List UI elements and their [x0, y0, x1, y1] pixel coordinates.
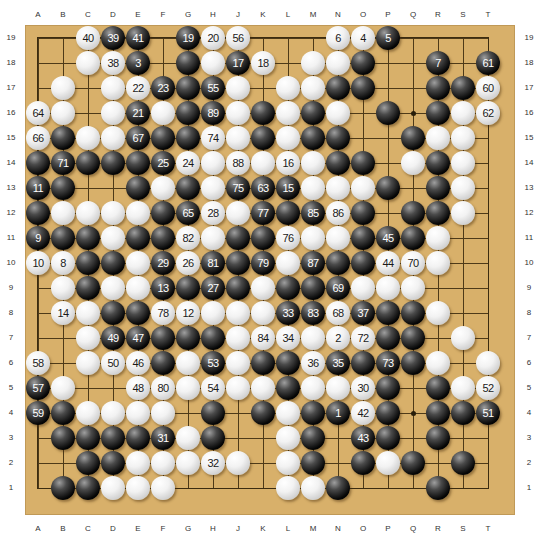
- stone-b3-black: [51, 426, 75, 450]
- stone-h9-black: 27: [201, 276, 225, 300]
- stone-e6-white: 46: [126, 351, 150, 375]
- stone-f6-black: [151, 351, 175, 375]
- stone-n7-white: 2: [326, 326, 350, 350]
- col-label-bottom-b: B: [55, 524, 71, 534]
- stone-k18-white: 18: [251, 51, 275, 75]
- stone-e1-white: [126, 476, 150, 500]
- stone-j17-white: [226, 76, 250, 100]
- row-label-right-5: 5: [521, 383, 537, 393]
- row-label-left-3: 3: [3, 433, 19, 443]
- stone-g15-black: [176, 126, 200, 150]
- col-label-bottom-q: Q: [405, 524, 421, 534]
- stone-g12-black: 65: [176, 201, 200, 225]
- stone-f4-white: [151, 401, 175, 425]
- stone-o19-white: 4: [351, 26, 375, 50]
- stone-n18-white: [326, 51, 350, 75]
- stone-m1-white: [301, 476, 325, 500]
- stone-c19-white: 40: [76, 26, 100, 50]
- row-label-left-9: 9: [3, 283, 19, 293]
- stone-l10-white: [276, 251, 300, 275]
- row-label-right-1: 1: [521, 483, 537, 493]
- stone-m14-white: [301, 151, 325, 175]
- stone-e14-black: [126, 151, 150, 175]
- stone-e4-white: [126, 401, 150, 425]
- row-label-left-8: 8: [3, 308, 19, 318]
- stone-k12-black: 77: [251, 201, 275, 225]
- stone-k9-white: [251, 276, 275, 300]
- stone-l1-white: [276, 476, 300, 500]
- stone-q12-black: [401, 201, 425, 225]
- stone-g5-white: [176, 376, 200, 400]
- col-label-bottom-p: P: [380, 524, 396, 534]
- col-label-top-b: B: [55, 10, 71, 20]
- stone-n14-black: [326, 151, 350, 175]
- stone-k10-black: 79: [251, 251, 275, 275]
- stone-j14-white: 88: [226, 151, 250, 175]
- stone-s7-white: [451, 326, 475, 350]
- stone-h5-white: 54: [201, 376, 225, 400]
- row-label-left-1: 1: [3, 483, 19, 493]
- stone-c1-black: [76, 476, 100, 500]
- stone-r13-black: [426, 176, 450, 200]
- stone-b13-black: [51, 176, 75, 200]
- stone-h8-white: [201, 301, 225, 325]
- col-label-top-s: S: [455, 10, 471, 20]
- stone-l8-black: 33: [276, 301, 300, 325]
- stone-h18-white: [201, 51, 225, 75]
- stone-d10-black: [101, 251, 125, 275]
- stone-g2-white: [176, 451, 200, 475]
- stone-e16-black: 21: [126, 101, 150, 125]
- stone-o4-white: 42: [351, 401, 375, 425]
- stone-j5-white: [226, 376, 250, 400]
- stone-g17-black: [176, 76, 200, 100]
- stone-c8-white: [76, 301, 100, 325]
- stone-r3-black: [426, 426, 450, 450]
- stone-c6-white: [76, 351, 100, 375]
- col-label-bottom-o: O: [355, 524, 371, 534]
- row-label-left-5: 5: [3, 383, 19, 393]
- stone-k8-white: [251, 301, 275, 325]
- stone-s5-white: [451, 376, 475, 400]
- col-label-bottom-m: M: [305, 524, 321, 534]
- stone-s17-black: [451, 76, 475, 100]
- col-label-bottom-r: R: [430, 524, 446, 534]
- col-label-top-o: O: [355, 10, 371, 20]
- stone-l2-white: [276, 451, 300, 475]
- stone-j7-white: [226, 326, 250, 350]
- stone-j10-black: [226, 251, 250, 275]
- row-label-left-2: 2: [3, 458, 19, 468]
- col-label-top-d: D: [105, 10, 121, 20]
- stone-e13-black: [126, 176, 150, 200]
- stone-r5-black: [426, 376, 450, 400]
- row-label-left-17: 17: [3, 83, 19, 93]
- stone-d2-black: [101, 451, 125, 475]
- stone-g19-black: 19: [176, 26, 200, 50]
- stone-e11-black: [126, 226, 150, 250]
- stone-o11-black: [351, 226, 375, 250]
- stone-d15-white: [101, 126, 125, 150]
- stone-o2-black: [351, 451, 375, 475]
- stone-j2-white: [226, 451, 250, 475]
- stone-m5-white: [301, 376, 325, 400]
- stone-d18-white: 38: [101, 51, 125, 75]
- row-label-right-2: 2: [521, 458, 537, 468]
- stone-d3-black: [101, 426, 125, 450]
- stone-r17-black: [426, 76, 450, 100]
- stone-o3-black: 43: [351, 426, 375, 450]
- stone-q14-white: [401, 151, 425, 175]
- stone-h12-white: 28: [201, 201, 225, 225]
- stone-d7-black: 49: [101, 326, 125, 350]
- stone-n13-white: [326, 176, 350, 200]
- stone-n16-white: [326, 101, 350, 125]
- stone-e3-black: [126, 426, 150, 450]
- stone-m4-black: [301, 401, 325, 425]
- stone-f13-white: [151, 176, 175, 200]
- row-label-right-6: 6: [521, 358, 537, 368]
- stone-b1-black: [51, 476, 75, 500]
- col-label-bottom-h: H: [205, 524, 221, 534]
- stone-a14-black: [26, 151, 50, 175]
- stone-n5-white: [326, 376, 350, 400]
- stone-g8-white: 12: [176, 301, 200, 325]
- stone-c4-white: [76, 401, 100, 425]
- stone-b11-black: [51, 226, 75, 250]
- col-label-top-t: T: [480, 10, 496, 20]
- stone-e8-black: [126, 301, 150, 325]
- go-diagram-page: 4039411920566453831718761222355606421896…: [0, 0, 540, 540]
- stone-m11-white: [301, 226, 325, 250]
- stone-t5-white: 52: [476, 376, 500, 400]
- stone-q10-white: 70: [401, 251, 425, 275]
- stone-r11-white: [426, 226, 450, 250]
- stone-f12-black: [151, 201, 175, 225]
- stone-o18-black: [351, 51, 375, 75]
- stone-h4-black: [201, 401, 225, 425]
- stone-a4-black: 59: [26, 401, 50, 425]
- stone-n12-white: 86: [326, 201, 350, 225]
- stone-f17-black: 23: [151, 76, 175, 100]
- stone-m7-white: [301, 326, 325, 350]
- row-label-left-15: 15: [3, 133, 19, 143]
- row-label-right-15: 15: [521, 133, 537, 143]
- stone-r8-white: [426, 301, 450, 325]
- stone-s14-white: [451, 151, 475, 175]
- stone-b10-white: 8: [51, 251, 75, 275]
- col-label-top-j: J: [230, 10, 246, 20]
- stone-r6-white: [426, 351, 450, 375]
- row-label-right-10: 10: [521, 258, 537, 268]
- stone-r18-black: 7: [426, 51, 450, 75]
- row-label-left-6: 6: [3, 358, 19, 368]
- col-label-top-n: N: [330, 10, 346, 20]
- col-label-bottom-a: A: [30, 524, 46, 534]
- stone-g18-black: [176, 51, 200, 75]
- stone-l9-black: [276, 276, 300, 300]
- stone-h3-black: [201, 426, 225, 450]
- row-label-left-18: 18: [3, 58, 19, 68]
- stone-q8-black: [401, 301, 425, 325]
- row-label-left-7: 7: [3, 333, 19, 343]
- stone-n15-black: [326, 126, 350, 150]
- row-label-left-12: 12: [3, 208, 19, 218]
- stone-l17-white: [276, 76, 300, 100]
- stone-l5-black: [276, 376, 300, 400]
- stone-f16-white: [151, 101, 175, 125]
- stone-c9-black: [76, 276, 100, 300]
- stone-h17-black: 55: [201, 76, 225, 100]
- stone-b15-black: [51, 126, 75, 150]
- stone-o13-white: [351, 176, 375, 200]
- stone-p2-white: [376, 451, 400, 475]
- row-label-right-4: 4: [521, 408, 537, 418]
- stone-l3-white: [276, 426, 300, 450]
- row-label-right-8: 8: [521, 308, 537, 318]
- row-label-right-7: 7: [521, 333, 537, 343]
- row-label-right-17: 17: [521, 83, 537, 93]
- stone-d17-white: [101, 76, 125, 100]
- stone-d14-black: [101, 151, 125, 175]
- col-label-top-l: L: [280, 10, 296, 20]
- stone-e7-black: 47: [126, 326, 150, 350]
- stone-j16-white: [226, 101, 250, 125]
- stone-q6-black: [401, 351, 425, 375]
- stone-h6-black: 53: [201, 351, 225, 375]
- stone-k5-white: [251, 376, 275, 400]
- stone-n9-black: 69: [326, 276, 350, 300]
- stone-d8-black: [101, 301, 125, 325]
- stone-n10-black: [326, 251, 350, 275]
- stone-s2-black: [451, 451, 475, 475]
- col-label-top-a: A: [30, 10, 46, 20]
- col-label-top-p: P: [380, 10, 396, 20]
- stone-a12-black: [26, 201, 50, 225]
- stone-q2-black: [401, 451, 425, 475]
- stone-t18-black: 61: [476, 51, 500, 75]
- stone-b17-white: [51, 76, 75, 100]
- col-label-bottom-t: T: [480, 524, 496, 534]
- stone-c2-black: [76, 451, 100, 475]
- stone-l11-white: 76: [276, 226, 300, 250]
- stone-o10-black: [351, 251, 375, 275]
- stone-l7-white: 34: [276, 326, 300, 350]
- stone-a16-white: 64: [26, 101, 50, 125]
- stone-j18-black: 17: [226, 51, 250, 75]
- col-label-top-h: H: [205, 10, 221, 20]
- row-label-left-11: 11: [3, 233, 19, 243]
- stone-f5-white: 80: [151, 376, 175, 400]
- col-label-bottom-c: C: [80, 524, 96, 534]
- stone-j9-black: [226, 276, 250, 300]
- stone-a13-black: 11: [26, 176, 50, 200]
- stone-g13-black: [176, 176, 200, 200]
- col-label-top-g: G: [180, 10, 196, 20]
- stone-s16-white: [451, 101, 475, 125]
- stone-n17-black: [326, 76, 350, 100]
- stone-n8-white: 68: [326, 301, 350, 325]
- stone-r15-white: [426, 126, 450, 150]
- row-label-left-10: 10: [3, 258, 19, 268]
- stone-a11-black: 9: [26, 226, 50, 250]
- row-label-left-13: 13: [3, 183, 19, 193]
- stone-e12-white: [126, 201, 150, 225]
- stone-b5-white: [51, 376, 75, 400]
- stone-c10-black: [76, 251, 100, 275]
- stone-h15-white: 74: [201, 126, 225, 150]
- stone-c11-black: [76, 226, 100, 250]
- stone-o14-black: [351, 151, 375, 175]
- stone-g14-white: 24: [176, 151, 200, 175]
- stone-s12-white: [451, 201, 475, 225]
- stone-m15-black: [301, 126, 325, 150]
- stone-f3-black: 31: [151, 426, 175, 450]
- stone-a15-white: 66: [26, 126, 50, 150]
- stone-e5-white: 48: [126, 376, 150, 400]
- stone-l4-white: [276, 401, 300, 425]
- col-label-top-f: F: [155, 10, 171, 20]
- row-label-right-12: 12: [521, 208, 537, 218]
- stone-h14-white: [201, 151, 225, 175]
- stone-h11-white: [201, 226, 225, 250]
- stone-k6-black: [251, 351, 275, 375]
- col-label-top-e: E: [130, 10, 146, 20]
- stone-j13-black: 75: [226, 176, 250, 200]
- stone-l14-white: 16: [276, 151, 300, 175]
- stone-f8-white: 78: [151, 301, 175, 325]
- row-label-left-14: 14: [3, 158, 19, 168]
- col-label-top-r: R: [430, 10, 446, 20]
- stone-c7-white: [76, 326, 100, 350]
- stone-b12-white: [51, 201, 75, 225]
- stone-e18-black: 3: [126, 51, 150, 75]
- row-label-right-19: 19: [521, 33, 537, 43]
- stone-g7-black: [176, 326, 200, 350]
- stone-s13-white: [451, 176, 475, 200]
- stone-f9-black: 13: [151, 276, 175, 300]
- stone-e9-white: [126, 276, 150, 300]
- row-label-right-9: 9: [521, 283, 537, 293]
- stone-d4-white: [101, 401, 125, 425]
- stone-b4-black: [51, 401, 75, 425]
- stone-o12-black: [351, 201, 375, 225]
- col-label-bottom-e: E: [130, 524, 146, 534]
- stone-t6-white: [476, 351, 500, 375]
- stone-k7-white: 84: [251, 326, 275, 350]
- row-label-right-13: 13: [521, 183, 537, 193]
- stone-g11-white: 82: [176, 226, 200, 250]
- stone-m13-white: [301, 176, 325, 200]
- col-label-bottom-l: L: [280, 524, 296, 534]
- stone-t16-white: 62: [476, 101, 500, 125]
- stone-o8-black: 37: [351, 301, 375, 325]
- stone-n4-black: 1: [326, 401, 350, 425]
- stone-f11-black: [151, 226, 175, 250]
- row-label-left-16: 16: [3, 108, 19, 118]
- stone-s15-white: [451, 126, 475, 150]
- stone-p13-black: [376, 176, 400, 200]
- stone-p10-white: 44: [376, 251, 400, 275]
- stone-l12-black: [276, 201, 300, 225]
- stone-k16-black: [251, 101, 275, 125]
- stone-b16-white: [51, 101, 75, 125]
- stone-b14-black: 71: [51, 151, 75, 175]
- stone-h13-white: [201, 176, 225, 200]
- stone-f10-black: 29: [151, 251, 175, 275]
- stone-l15-white: [276, 126, 300, 150]
- stone-m6-white: 36: [301, 351, 325, 375]
- stone-b8-white: 14: [51, 301, 75, 325]
- stone-m10-black: 87: [301, 251, 325, 275]
- star-point-q16: [411, 111, 416, 116]
- stone-n11-white: [326, 226, 350, 250]
- col-label-bottom-k: K: [255, 524, 271, 534]
- stone-t4-black: 51: [476, 401, 500, 425]
- stone-g6-white: [176, 351, 200, 375]
- stone-e10-white: [126, 251, 150, 275]
- stone-m9-black: [301, 276, 325, 300]
- stone-h19-white: 20: [201, 26, 225, 50]
- stone-p16-black: [376, 101, 400, 125]
- stone-r12-black: [426, 201, 450, 225]
- stone-p8-black: [376, 301, 400, 325]
- col-label-top-k: K: [255, 10, 271, 20]
- stone-p11-black: 45: [376, 226, 400, 250]
- stone-j19-white: 56: [226, 26, 250, 50]
- row-label-right-18: 18: [521, 58, 537, 68]
- stone-q11-black: [401, 226, 425, 250]
- stone-e19-black: 41: [126, 26, 150, 50]
- stone-r4-black: [426, 401, 450, 425]
- stone-k14-white: [251, 151, 275, 175]
- stone-q15-black: [401, 126, 425, 150]
- stone-f2-white: [151, 451, 175, 475]
- stone-k15-black: [251, 126, 275, 150]
- stone-o5-white: 30: [351, 376, 375, 400]
- stone-d1-white: [101, 476, 125, 500]
- row-label-right-11: 11: [521, 233, 537, 243]
- stone-a5-black: 57: [26, 376, 50, 400]
- stone-p6-black: 73: [376, 351, 400, 375]
- stone-d11-white: [101, 226, 125, 250]
- stone-e17-white: 22: [126, 76, 150, 100]
- stone-j6-white: [226, 351, 250, 375]
- stone-m12-black: 85: [301, 201, 325, 225]
- stone-n19-white: 6: [326, 26, 350, 50]
- stone-l13-black: 15: [276, 176, 300, 200]
- stone-s4-black: [451, 401, 475, 425]
- stone-c14-black: [76, 151, 100, 175]
- col-label-bottom-d: D: [105, 524, 121, 534]
- stone-d6-white: 50: [101, 351, 125, 375]
- stone-l6-black: [276, 351, 300, 375]
- stone-j8-white: [226, 301, 250, 325]
- stone-p5-black: [376, 376, 400, 400]
- stone-k11-black: [251, 226, 275, 250]
- stone-r1-black: [426, 476, 450, 500]
- stone-h7-black: [201, 326, 225, 350]
- star-point-q4: [411, 411, 416, 416]
- stone-g10-white: 26: [176, 251, 200, 275]
- stone-m18-white: [301, 51, 325, 75]
- stone-c18-white: [76, 51, 100, 75]
- stone-g9-black: [176, 276, 200, 300]
- stone-h16-black: 89: [201, 101, 225, 125]
- stone-p3-black: [376, 426, 400, 450]
- stone-q9-white: [401, 276, 425, 300]
- stone-r16-black: [426, 101, 450, 125]
